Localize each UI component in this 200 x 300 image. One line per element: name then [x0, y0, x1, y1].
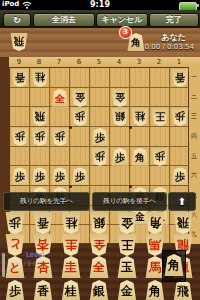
hoshi-dot [129, 126, 132, 129]
selected-piece-bishop[interactable]: 角 [164, 254, 184, 276]
file-label-4: 4 [109, 58, 129, 66]
square-4四[interactable] [110, 127, 130, 147]
nav-bar: ↻ 全消去 キャンセル 完了 [0, 10, 200, 29]
file-coordinates: 987654321 [0, 57, 200, 67]
square-5三[interactable] [90, 107, 110, 127]
count-badge: 3 [119, 26, 132, 39]
square-3六[interactable] [130, 166, 150, 186]
square-1二[interactable] [170, 88, 190, 108]
player-bar: 飛 角 あなた 0:00 / 0:03:54 [0, 28, 200, 58]
remaining-to-sente-button[interactable]: 残りの駒を先手へ [3, 192, 90, 211]
hoshi-dot [129, 185, 132, 188]
square-3四[interactable] [130, 127, 150, 147]
selected-piece-tile[interactable]: 角 [162, 250, 186, 282]
square-2一[interactable] [150, 68, 170, 88]
rotate-button[interactable]: ↻ [3, 13, 31, 27]
rank-label-1: 一 [189, 73, 199, 82]
rank-label-5: 五 [189, 152, 199, 161]
square-2二[interactable] [150, 88, 170, 108]
square-7三[interactable] [50, 107, 70, 127]
gote-marker-icon: 飛 [10, 33, 28, 51]
square-6五[interactable] [70, 147, 90, 167]
square-7一[interactable] [50, 68, 70, 88]
square-2六[interactable] [150, 166, 170, 186]
square-8二[interactable] [30, 88, 50, 108]
square-1四[interactable] [170, 127, 190, 147]
rank-label-3: 三 [189, 112, 199, 121]
file-label-5: 5 [89, 58, 109, 66]
status-bar: iPod 9:19 [0, 0, 200, 10]
file-label-7: 7 [49, 58, 69, 66]
cancel-button[interactable]: キャンセル [96, 13, 148, 27]
square-3二[interactable] [130, 88, 150, 108]
rank-label-2: 二 [189, 93, 199, 102]
done-button[interactable]: 完了 [149, 13, 199, 27]
square-2四[interactable] [150, 127, 170, 147]
square-6一[interactable] [70, 68, 90, 88]
square-9三[interactable] [10, 107, 30, 127]
app-screen: iPod 9:19 ↻ 全消去 キャンセル 完了 飛 角 あなた 0:00 / … [0, 0, 200, 300]
clock-label: 9:19 [0, 0, 200, 9]
file-label-6: 6 [69, 58, 89, 66]
level-overlay-text: Level [26, 251, 44, 259]
square-5二[interactable] [90, 88, 110, 108]
square-5六[interactable] [90, 166, 110, 186]
tray-toggle-arrow-button[interactable]: ⬆ [168, 192, 196, 211]
square-4六[interactable] [110, 166, 130, 186]
hoshi-dot [69, 185, 72, 188]
rank-label-6: 六 [189, 171, 199, 180]
file-label-3: 3 [129, 58, 149, 66]
hoshi-dot [69, 126, 72, 129]
player-time: 0:00 / 0:03:54 [144, 43, 194, 51]
scroll-indicator [2, 253, 5, 277]
square-3一[interactable] [130, 68, 150, 88]
square-9二[interactable] [10, 88, 30, 108]
square-1五[interactable] [170, 147, 190, 167]
square-4一[interactable] [110, 68, 130, 88]
player-name: あなた [161, 32, 186, 43]
square-6四[interactable] [70, 127, 90, 147]
remaining-to-gote-button[interactable]: 残りの駒を後手へ [92, 192, 167, 211]
square-9五[interactable] [10, 147, 30, 167]
square-7五[interactable] [50, 147, 70, 167]
file-label-2: 2 [149, 58, 169, 66]
square-8五[interactable] [30, 147, 50, 167]
file-label-8: 8 [29, 58, 49, 66]
file-label-1: 1 [169, 58, 189, 66]
file-label-9: 9 [9, 58, 29, 66]
level-overlay-time: 0:00 / 0:04 [8, 260, 41, 267]
square-5一[interactable] [90, 68, 110, 88]
rank-label-4: 四 [189, 132, 199, 141]
clear-all-button[interactable]: 全消去 [33, 13, 95, 27]
